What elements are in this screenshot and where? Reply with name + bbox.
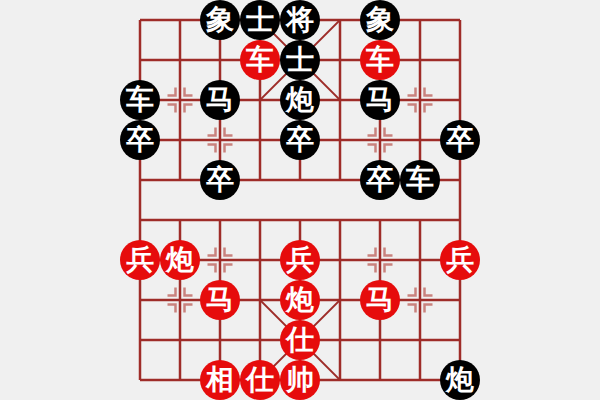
piece-black-horse[interactable]: 马 <box>360 80 400 120</box>
piece-black-elephant[interactable]: 象 <box>200 0 240 40</box>
piece-black-cannon[interactable]: 炮 <box>280 80 320 120</box>
piece-black-horse[interactable]: 马 <box>200 80 240 120</box>
xiangqi-app-background: 象士将象车士车车马炮马卒卒卒卒卒车兵炮兵兵马炮马仕相仕帅炮 <box>0 0 600 400</box>
piece-black-advisor[interactable]: 士 <box>280 40 320 80</box>
piece-red-soldier[interactable]: 兵 <box>120 240 160 280</box>
piece-red-soldier[interactable]: 兵 <box>440 240 480 280</box>
piece-red-chariot[interactable]: 车 <box>240 40 280 80</box>
piece-black-elephant[interactable]: 象 <box>360 0 400 40</box>
piece-black-soldier[interactable]: 卒 <box>120 120 160 160</box>
xiangqi-board[interactable]: 象士将象车士车车马炮马卒卒卒卒卒车兵炮兵兵马炮马仕相仕帅炮 <box>120 0 480 400</box>
piece-red-cannon[interactable]: 炮 <box>280 280 320 320</box>
piece-black-soldier[interactable]: 卒 <box>200 160 240 200</box>
piece-red-horse[interactable]: 马 <box>360 280 400 320</box>
piece-red-advisor[interactable]: 仕 <box>280 320 320 360</box>
piece-black-soldier[interactable]: 卒 <box>440 120 480 160</box>
piece-black-chariot[interactable]: 车 <box>400 160 440 200</box>
piece-black-chariot[interactable]: 车 <box>120 80 160 120</box>
piece-red-advisor[interactable]: 仕 <box>240 360 280 400</box>
piece-red-cannon[interactable]: 炮 <box>160 240 200 280</box>
piece-black-advisor[interactable]: 士 <box>240 0 280 40</box>
piece-red-soldier[interactable]: 兵 <box>280 240 320 280</box>
piece-red-chariot[interactable]: 车 <box>360 40 400 80</box>
piece-black-soldier[interactable]: 卒 <box>360 160 400 200</box>
piece-red-general[interactable]: 帅 <box>280 360 320 400</box>
piece-red-horse[interactable]: 马 <box>200 280 240 320</box>
piece-black-soldier[interactable]: 卒 <box>280 120 320 160</box>
piece-red-elephant[interactable]: 相 <box>200 360 240 400</box>
piece-black-cannon[interactable]: 炮 <box>440 360 480 400</box>
piece-black-general[interactable]: 将 <box>280 0 320 40</box>
